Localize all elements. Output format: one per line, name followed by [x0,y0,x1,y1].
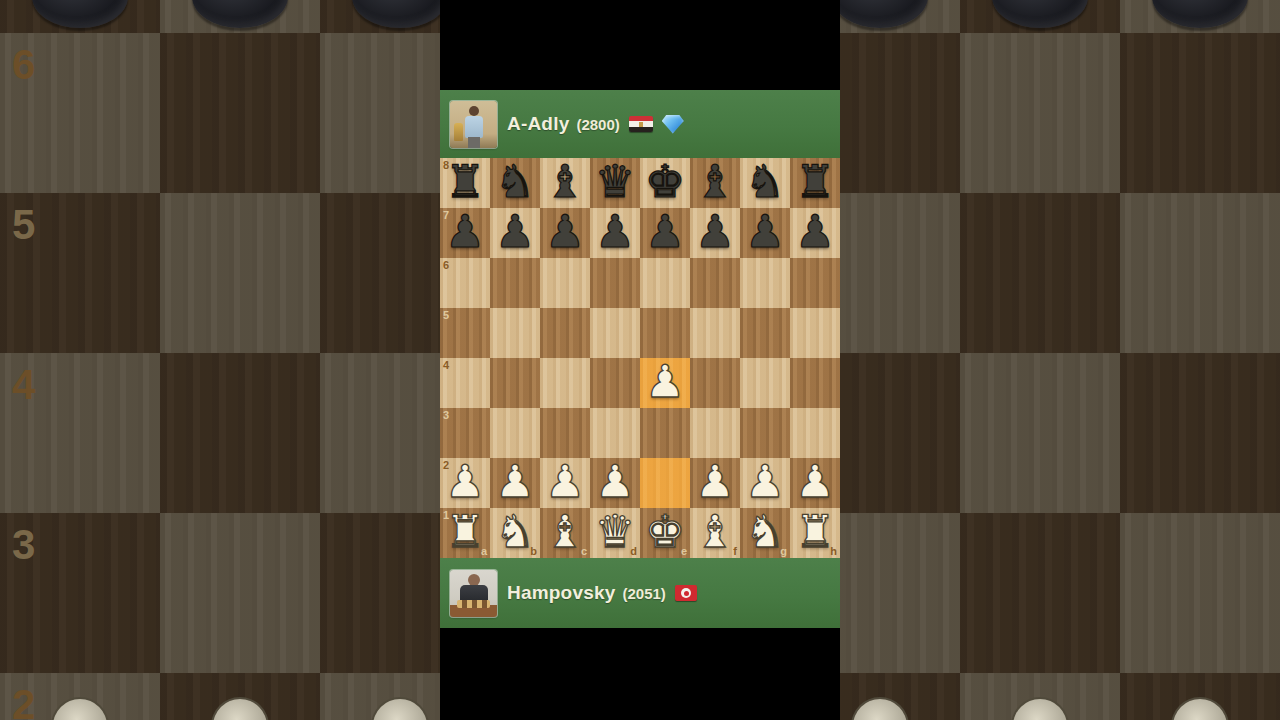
bottom-player-name: Hampovsky [507,582,615,604]
bg-square [1120,673,1280,720]
square-f5[interactable] [690,308,740,358]
square-d5[interactable] [590,308,640,358]
bg-square [960,0,1120,33]
premium-diamond-icon [662,115,684,134]
square-c2[interactable]: ♟ [540,458,590,508]
rank-label-5: 5 [443,310,449,321]
bg-square [160,33,320,193]
black-knight-g8[interactable]: ♞ [740,158,790,208]
square-c1[interactable]: c♝ [540,508,590,558]
avatar-chess-pieces [457,600,490,608]
square-a5[interactable]: 5 [440,308,490,358]
square-c7[interactable]: ♟ [540,208,590,258]
square-b2[interactable]: ♟ [490,458,540,508]
avatar-torso [465,116,483,138]
bg-square [960,193,1120,353]
white-pawn-b2[interactable]: ♟ [490,458,540,508]
black-rook-h8[interactable]: ♜ [790,158,840,208]
white-knight-b1[interactable]: ♞ [490,508,540,558]
square-c8[interactable]: ♝ [540,158,590,208]
bg-square [1120,193,1280,353]
bg-white-pawn-silhouette [213,699,267,720]
bg-square [160,673,320,720]
square-e5[interactable] [640,308,690,358]
square-b3[interactable] [490,408,540,458]
white-pawn-d2[interactable]: ♟ [590,458,640,508]
bg-square [1120,353,1280,513]
tunisia-flag-icon [675,585,697,601]
square-e1[interactable]: e♚ [640,508,690,558]
bg-white-pawn-silhouette [1173,699,1227,720]
bg-square [1120,33,1280,193]
bg-square [160,0,320,33]
square-f3[interactable] [690,408,740,458]
bg-square [160,353,320,513]
chess-board: 8♜♞♝♛♚♝♞♜7♟♟♟♟♟♟♟♟654♟32♟♟♟♟♟♟♟1a♜b♞c♝d♛… [440,158,840,558]
square-h3[interactable] [790,408,840,458]
square-e7[interactable]: ♟ [640,208,690,258]
bg-square: 4 [0,353,160,513]
egypt-flag-icon [629,116,653,132]
bg-rank-label-4: 4 [12,361,35,409]
square-f1[interactable]: f♝ [690,508,740,558]
avatar-trophy [454,123,463,141]
square-d7[interactable]: ♟ [590,208,640,258]
bottom-player-bar: Hampovsky (2051) [440,558,840,628]
square-h2[interactable]: ♟ [790,458,840,508]
square-g8[interactable]: ♞ [740,158,790,208]
square-a3[interactable]: 3 [440,408,490,458]
bg-rank-label-6: 6 [12,41,35,89]
square-f4[interactable] [690,358,740,408]
square-h8[interactable]: ♜ [790,158,840,208]
square-a8[interactable]: 8♜ [440,158,490,208]
bg-square [1120,513,1280,673]
bg-square [960,513,1120,673]
square-e2[interactable] [640,458,690,508]
black-pawn-c7[interactable]: ♟ [540,208,590,258]
top-player-bar: A-Adly (2800) [440,90,840,158]
square-h4[interactable] [790,358,840,408]
square-b5[interactable] [490,308,540,358]
square-g5[interactable] [740,308,790,358]
square-d2[interactable]: ♟ [590,458,640,508]
square-d6[interactable] [590,258,640,308]
bg-black-pawn-silhouette [992,0,1088,28]
square-c5[interactable] [540,308,590,358]
square-e6[interactable] [640,258,690,308]
bg-square [0,0,160,33]
bg-square [960,33,1120,193]
bg-black-pawn-silhouette [832,0,928,28]
square-a4[interactable]: 4 [440,358,490,408]
square-h5[interactable] [790,308,840,358]
square-b1[interactable]: b♞ [490,508,540,558]
rank-label-4: 4 [443,360,449,371]
bg-black-pawn-silhouette [32,0,128,28]
square-g2[interactable]: ♟ [740,458,790,508]
bg-square: 5 [0,193,160,353]
white-knight-g1[interactable]: ♞ [740,508,790,558]
white-king-e1[interactable]: ♚ [640,508,690,558]
avatar-head [469,106,479,116]
square-e3[interactable] [640,408,690,458]
screenshot-stage: 65432 A-Adly (2800) 8♜♞♝♛♚♝♞♜7♟♟♟♟♟♟♟♟65… [0,0,1280,720]
bg-square: 3 [0,513,160,673]
square-a1[interactable]: 1a♜ [440,508,490,558]
square-a6[interactable]: 6 [440,258,490,308]
letterbox-bottom [440,628,840,720]
square-g6[interactable] [740,258,790,308]
square-e8[interactable]: ♚ [640,158,690,208]
black-bishop-c8[interactable]: ♝ [540,158,590,208]
bg-black-pawn-silhouette [192,0,288,28]
bg-white-pawn-silhouette [53,699,107,720]
bg-square [160,193,320,353]
avatar-legs [468,137,480,148]
square-b6[interactable] [490,258,540,308]
black-rook-a8[interactable]: ♜ [440,158,490,208]
letterbox-top [440,0,840,90]
bg-rank-label-3: 3 [12,521,35,569]
top-player-rating: (2800) [576,116,619,133]
black-pawn-g7[interactable]: ♟ [740,208,790,258]
square-e4[interactable]: ♟ [640,358,690,408]
square-c6[interactable] [540,258,590,308]
bg-white-pawn-silhouette [373,699,427,720]
bg-black-pawn-silhouette [352,0,448,28]
square-d4[interactable] [590,358,640,408]
square-f2[interactable]: ♟ [690,458,740,508]
white-pawn-c2[interactable]: ♟ [540,458,590,508]
white-pawn-a2[interactable]: ♟ [440,458,490,508]
bg-square: 6 [0,33,160,193]
black-pawn-e7[interactable]: ♟ [640,208,690,258]
bottom-player-info: Hampovsky (2051) [507,582,697,604]
square-c4[interactable] [540,358,590,408]
white-bishop-c1[interactable]: ♝ [540,508,590,558]
square-g7[interactable]: ♟ [740,208,790,258]
square-f8[interactable]: ♝ [690,158,740,208]
bg-square [960,353,1120,513]
square-h7[interactable]: ♟ [790,208,840,258]
square-g3[interactable] [740,408,790,458]
black-knight-b8[interactable]: ♞ [490,158,540,208]
square-g4[interactable] [740,358,790,408]
bg-rank-label-2: 2 [12,681,35,720]
rank-label-3: 3 [443,410,449,421]
white-pawn-g2[interactable]: ♟ [740,458,790,508]
black-pawn-f7[interactable]: ♟ [690,208,740,258]
white-pawn-f2[interactable]: ♟ [690,458,740,508]
square-d3[interactable] [590,408,640,458]
white-rook-a1[interactable]: ♜ [440,508,490,558]
bg-white-pawn-silhouette [853,699,907,720]
bottom-player-avatar[interactable] [450,570,497,617]
square-d1[interactable]: d♛ [590,508,640,558]
white-rook-h1[interactable]: ♜ [790,508,840,558]
top-player-name: A-Adly [507,113,569,135]
white-queen-d1[interactable]: ♛ [590,508,640,558]
black-pawn-a7[interactable]: ♟ [440,208,490,258]
square-d8[interactable]: ♛ [590,158,640,208]
bg-white-pawn-silhouette [1013,699,1067,720]
bg-square [1120,0,1280,33]
square-c3[interactable] [540,408,590,458]
white-pawn-h2[interactable]: ♟ [790,458,840,508]
square-b8[interactable]: ♞ [490,158,540,208]
square-g1[interactable]: g♞ [740,508,790,558]
black-pawn-b7[interactable]: ♟ [490,208,540,258]
bg-square [160,513,320,673]
square-a7[interactable]: 7♟ [440,208,490,258]
top-player-info: A-Adly (2800) [507,113,684,135]
rank-label-6: 6 [443,260,449,271]
bottom-player-rating: (2051) [622,585,665,602]
bg-black-pawn-silhouette [1152,0,1248,28]
black-queen-d8[interactable]: ♛ [590,158,640,208]
square-h6[interactable] [790,258,840,308]
bg-rank-label-5: 5 [12,201,35,249]
bg-square: 2 [0,673,160,720]
square-a2[interactable]: 2♟ [440,458,490,508]
white-bishop-f1[interactable]: ♝ [690,508,740,558]
top-player-avatar[interactable] [450,101,497,148]
white-pawn-e4[interactable]: ♟ [640,358,690,408]
black-king-e8[interactable]: ♚ [640,158,690,208]
black-pawn-d7[interactable]: ♟ [590,208,640,258]
avatar-head [468,574,480,586]
black-pawn-h7[interactable]: ♟ [790,208,840,258]
square-h1[interactable]: h♜ [790,508,840,558]
square-b4[interactable] [490,358,540,408]
app-viewport: A-Adly (2800) 8♜♞♝♛♚♝♞♜7♟♟♟♟♟♟♟♟654♟32♟♟… [440,0,840,720]
bg-square [960,673,1120,720]
square-f6[interactable] [690,258,740,308]
square-f7[interactable]: ♟ [690,208,740,258]
black-bishop-f8[interactable]: ♝ [690,158,740,208]
square-b7[interactable]: ♟ [490,208,540,258]
